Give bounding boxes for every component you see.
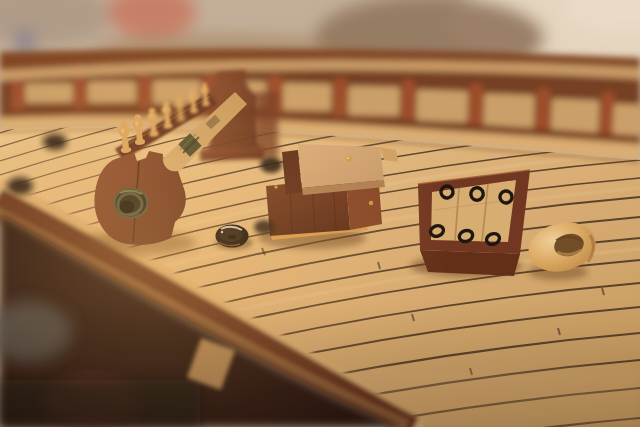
scene-canvas bbox=[0, 0, 640, 427]
model-ship-photo bbox=[0, 0, 640, 427]
warm-cast bbox=[0, 0, 640, 427]
lighting bbox=[0, 0, 640, 427]
